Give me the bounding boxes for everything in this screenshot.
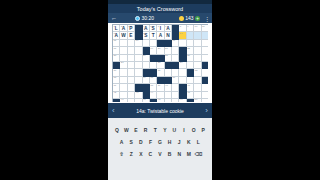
clue-number: 8: [180, 25, 181, 28]
crossword-grid[interactable]: 1L2A3P4A5S6I7A89101112AWE13STAN141516171…: [113, 25, 208, 102]
add-coins-icon[interactable]: +: [195, 16, 200, 21]
grid-cell[interactable]: [135, 77, 142, 84]
clue-number: 38: [150, 84, 153, 87]
grid-cell[interactable]: 32: [194, 69, 201, 76]
grid-cell[interactable]: [187, 32, 194, 39]
grid-cell[interactable]: [128, 84, 135, 91]
grid-cell[interactable]: [194, 55, 201, 62]
grid-cell[interactable]: [179, 40, 186, 47]
grid-cell[interactable]: [135, 55, 142, 62]
black-cell: [113, 99, 120, 102]
grid-cell[interactable]: [194, 77, 201, 84]
clue-number: 48: [158, 98, 161, 101]
grid-cell[interactable]: E: [128, 32, 135, 39]
grid-cell[interactable]: 9: [187, 25, 194, 32]
grid-cell[interactable]: [128, 92, 135, 99]
grid-cell[interactable]: 29: [179, 62, 186, 69]
timer-chip: 30:20: [135, 15, 154, 21]
grid-cell[interactable]: [135, 69, 142, 76]
overflow-menu-icon[interactable]: ⋮: [204, 15, 210, 22]
black-cell: [172, 25, 179, 32]
key-i[interactable]: I: [179, 127, 189, 133]
black-cell: [135, 25, 142, 32]
grid-cell[interactable]: 24: [143, 55, 150, 62]
grid-cell[interactable]: A: [157, 32, 164, 39]
clue-number: 33: [113, 76, 116, 79]
grid-cell[interactable]: [120, 69, 127, 76]
key-g[interactable]: G: [155, 139, 165, 145]
black-cell: [150, 99, 157, 102]
black-cell: [172, 62, 179, 69]
clue-number: 40: [165, 84, 168, 87]
grid-cell[interactable]: [202, 69, 208, 76]
next-clue-button[interactable]: ›: [201, 104, 212, 118]
grid-cell[interactable]: W: [120, 32, 127, 39]
key-v[interactable]: V: [155, 151, 165, 157]
key-o[interactable]: O: [189, 127, 199, 133]
grid-cell[interactable]: [120, 84, 127, 91]
black-cell: [187, 69, 194, 76]
grid-cell[interactable]: [120, 47, 127, 54]
key-z[interactable]: Z: [126, 151, 136, 157]
cell-letter: L: [115, 25, 118, 32]
keyboard-row-2: ASDFGHJKL: [108, 137, 212, 146]
grid-cell[interactable]: [194, 32, 201, 39]
black-cell: [202, 62, 208, 69]
clue-number: 31: [158, 69, 161, 72]
grid-cell[interactable]: [128, 47, 135, 54]
clue-number: 36: [172, 76, 175, 79]
grid-cell[interactable]: [202, 47, 208, 54]
clue-number: 46: [121, 98, 124, 101]
grid-cell[interactable]: 44: [150, 92, 157, 99]
clue-number: 18: [113, 47, 116, 50]
grid-cell[interactable]: 20: [157, 47, 164, 54]
grid-cell[interactable]: 43: [135, 92, 142, 99]
grid-cell[interactable]: 34: [143, 77, 150, 84]
app-header: Today's Crossword: [108, 4, 212, 13]
key-x[interactable]: X: [136, 151, 146, 157]
grid-cell[interactable]: 47: [143, 99, 150, 102]
grid-cell[interactable]: [202, 55, 208, 62]
key-q[interactable]: Q: [112, 127, 122, 133]
grid-cell[interactable]: [128, 69, 135, 76]
clue-number: 35: [150, 76, 153, 79]
shift-key[interactable]: ⇧: [117, 151, 127, 157]
key-c[interactable]: C: [146, 151, 156, 157]
key-s[interactable]: S: [126, 139, 136, 145]
clue-number: 30: [113, 69, 116, 72]
grid-cell[interactable]: [128, 77, 135, 84]
grid-cell[interactable]: [172, 99, 179, 102]
grid-cell[interactable]: [128, 55, 135, 62]
grid-cell[interactable]: [202, 84, 208, 91]
black-cell: [179, 84, 186, 91]
grid-cell[interactable]: [194, 84, 201, 91]
grid-cell[interactable]: 45: [187, 92, 194, 99]
black-cell: [165, 62, 172, 69]
grid-cell[interactable]: [135, 62, 142, 69]
grid-cell[interactable]: [202, 40, 208, 47]
key-n[interactable]: N: [174, 151, 184, 157]
clue-number: 2: [121, 25, 122, 28]
clue-number: 21: [165, 47, 168, 50]
clue-number: 1: [113, 25, 114, 28]
grid-cell[interactable]: [120, 77, 127, 84]
black-cell: [202, 77, 208, 84]
cell-letter: N: [166, 32, 169, 39]
clue-number: 20: [158, 47, 161, 50]
clue-number: 29: [180, 61, 183, 64]
grid-cell[interactable]: 26: [187, 55, 194, 62]
key-y[interactable]: Y: [160, 127, 170, 133]
grid-cell[interactable]: [135, 99, 142, 102]
cell-letter: A: [166, 25, 169, 32]
grid-cell[interactable]: 48: [157, 99, 164, 102]
clue-number: 15: [113, 39, 116, 42]
grid-cell[interactable]: [172, 92, 179, 99]
key-h[interactable]: H: [165, 139, 175, 145]
coin-count: 143: [185, 15, 193, 21]
key-p[interactable]: P: [198, 127, 208, 133]
clue-number: 23: [113, 54, 116, 57]
clue-number: 17: [172, 39, 175, 42]
grid-cell[interactable]: 19: [150, 47, 157, 54]
grid-cell[interactable]: [120, 40, 127, 47]
grid-cell[interactable]: 11: [202, 25, 208, 32]
clue-number: 5: [150, 25, 151, 28]
grid-cell[interactable]: [143, 40, 150, 47]
grid-cell[interactable]: 50: [194, 99, 201, 102]
grid-cell[interactable]: [172, 84, 179, 91]
grid-cell[interactable]: [179, 69, 186, 76]
grid-cell[interactable]: 25: [165, 55, 172, 62]
clue-number: 22: [187, 47, 190, 50]
grid-cell[interactable]: 31: [157, 69, 164, 76]
clock-icon: [135, 16, 140, 21]
clue-number: 44: [150, 91, 153, 94]
grid-cell[interactable]: 46: [120, 99, 127, 102]
black-cell: [179, 47, 186, 54]
coin-icon: [179, 16, 184, 21]
clue-number: 41: [187, 84, 190, 87]
key-u[interactable]: U: [170, 127, 180, 133]
grid-cell[interactable]: [128, 62, 135, 69]
grid-cell[interactable]: T: [150, 32, 157, 39]
black-cell: [150, 55, 157, 62]
cell-letter: T: [152, 32, 155, 39]
clue-number: 10: [195, 25, 198, 28]
grid-cell[interactable]: 36: [172, 77, 179, 84]
clue-number: 50: [195, 98, 198, 101]
keyboard-row-1: QWERTYUIOP: [108, 125, 212, 134]
key-r[interactable]: R: [141, 127, 151, 133]
grid-cell[interactable]: 13S: [143, 32, 150, 39]
grid-cell[interactable]: [187, 62, 194, 69]
grid-cell[interactable]: [135, 47, 142, 54]
toolbar: ← 30:20 143 + ⋮: [108, 13, 212, 23]
back-button[interactable]: ←: [111, 15, 117, 21]
grid-cell[interactable]: 42: [113, 92, 120, 99]
grid-cell[interactable]: 17: [172, 40, 179, 47]
grid-cell[interactable]: 27: [120, 62, 127, 69]
keyboard: QWERTYUIOP ASDFGHJKL ⇧ZXCVBNM⌫ Show Word…: [108, 118, 212, 180]
page-title: Today's Crossword: [137, 6, 183, 12]
grid-cell[interactable]: [143, 62, 150, 69]
key-a[interactable]: A: [117, 139, 127, 145]
grid-cell[interactable]: [172, 55, 179, 62]
grid-cell[interactable]: 49: [179, 99, 186, 102]
keyboard-row-3: ⇧ZXCVBNM⌫: [108, 149, 212, 158]
clue-number: 11: [202, 25, 205, 28]
grid-cell[interactable]: [172, 47, 179, 54]
clue-number: 28: [158, 61, 161, 64]
clue-number: 25: [165, 54, 168, 57]
clue-number: 4: [143, 25, 144, 28]
grid-cell[interactable]: [202, 32, 208, 39]
clue-number: 37: [113, 84, 116, 87]
timer-value: 30:20: [142, 15, 155, 21]
cell-letter: E: [129, 32, 132, 39]
clue-number: 24: [143, 54, 146, 57]
clue-number: 39: [158, 84, 161, 87]
grid-cell[interactable]: [128, 40, 135, 47]
key-e[interactable]: E: [131, 127, 141, 133]
clue-number: 45: [187, 91, 190, 94]
crossword-grid-viewport: 1L2A3P4A5S6I7A89101112AWE13STAN141516171…: [112, 24, 208, 102]
grid-cell[interactable]: [202, 92, 208, 99]
clue-number: 3: [128, 25, 129, 28]
grid-cell[interactable]: [165, 92, 172, 99]
clue-number: 13: [143, 32, 146, 35]
clue-number: 42: [113, 91, 116, 94]
clue-number: 49: [180, 98, 183, 101]
key-b[interactable]: B: [165, 151, 175, 157]
grid-cell[interactable]: [194, 47, 201, 54]
cell-letter: I: [160, 25, 161, 32]
cell-letter: A: [144, 25, 147, 32]
prev-clue-button[interactable]: ‹: [108, 104, 119, 118]
cell-letter: A: [122, 25, 125, 32]
clue-number: 6: [158, 25, 159, 28]
grid-cell[interactable]: N: [165, 32, 172, 39]
key-d[interactable]: D: [136, 139, 146, 145]
clue-number: 26: [187, 54, 190, 57]
key-l[interactable]: L: [194, 139, 204, 145]
clue-number: 32: [195, 69, 198, 72]
current-clue[interactable]: 14a: Twistable cookie: [119, 108, 202, 114]
grid-cell[interactable]: [150, 62, 157, 69]
clue-number: 16: [136, 39, 139, 42]
clue-number: 12: [113, 32, 116, 35]
clue-bar: ‹ 14a: Twistable cookie ›: [108, 103, 212, 118]
clue-number: 14: [180, 32, 183, 35]
grid-cell[interactable]: 40: [165, 84, 172, 91]
grid-cell[interactable]: [179, 77, 186, 84]
cell-letter: W: [121, 32, 126, 39]
key-f[interactable]: F: [146, 139, 156, 145]
clue-number: 43: [136, 91, 139, 94]
grid-cell[interactable]: 10: [194, 25, 201, 32]
grid-cell[interactable]: [165, 99, 172, 102]
key-t[interactable]: T: [150, 127, 160, 133]
key-j[interactable]: J: [174, 139, 184, 145]
grid-cell[interactable]: 39: [157, 84, 164, 91]
clue-number: 9: [187, 25, 188, 28]
grid-cell[interactable]: 16: [135, 40, 142, 47]
grid-cell[interactable]: [128, 99, 135, 102]
cell-letter: A: [159, 32, 162, 39]
grid-cell[interactable]: 14: [179, 32, 186, 39]
key-k[interactable]: K: [184, 139, 194, 145]
clue-number: 19: [150, 47, 153, 50]
grid-cell[interactable]: [202, 99, 208, 102]
grid-cell[interactable]: [194, 40, 201, 47]
backspace-key[interactable]: ⌫: [194, 151, 204, 157]
clue-number: 34: [143, 76, 146, 79]
clue-number: 27: [121, 61, 124, 64]
phone-screen: Today's Crossword ← 30:20 143 + ⋮ 1L2A3P…: [108, 0, 212, 180]
black-cell: [187, 99, 194, 102]
black-cell: [143, 84, 150, 91]
clue-number: 47: [143, 98, 146, 101]
clue-number: 7: [165, 25, 166, 28]
grid-cell[interactable]: [165, 69, 172, 76]
coin-chip[interactable]: 143 +: [179, 15, 200, 21]
key-m[interactable]: M: [184, 151, 194, 157]
grid-cell[interactable]: 23: [113, 55, 120, 62]
key-w[interactable]: W: [122, 127, 132, 133]
